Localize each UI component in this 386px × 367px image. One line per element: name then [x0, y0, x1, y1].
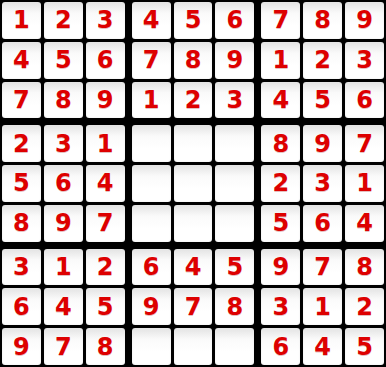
sudoku-cell[interactable]: 6: [261, 328, 300, 365]
cell-digit: 9: [314, 132, 331, 156]
cell-digit: 8: [55, 88, 72, 112]
sudoku-cell[interactable]: [215, 165, 254, 202]
sudoku-cell[interactable]: 3: [303, 165, 342, 202]
sudoku-cell[interactable]: 7: [86, 205, 125, 242]
sudoku-cell[interactable]: 9: [44, 205, 83, 242]
cell-digit: 7: [314, 255, 331, 279]
cell-digit: 2: [356, 295, 373, 319]
sudoku-cell[interactable]: 2: [44, 2, 83, 39]
sudoku-cell[interactable]: [174, 328, 213, 365]
sudoku-cell[interactable]: 7: [132, 42, 171, 79]
cell-digit: 9: [143, 295, 160, 319]
sudoku-block: 456789123: [132, 2, 255, 118]
cell-digit: 3: [227, 88, 244, 112]
sudoku-cell[interactable]: 3: [2, 249, 41, 286]
sudoku-cell[interactable]: 8: [44, 82, 83, 119]
sudoku-cell[interactable]: 9: [86, 82, 125, 119]
cell-digit: 5: [272, 211, 289, 235]
sudoku-cell[interactable]: 3: [215, 82, 254, 119]
sudoku-cell[interactable]: 5: [86, 288, 125, 325]
sudoku-cell[interactable]: [132, 205, 171, 242]
cell-digit: 7: [55, 335, 72, 359]
sudoku-cell[interactable]: 1: [261, 42, 300, 79]
sudoku-cell[interactable]: 4: [261, 82, 300, 119]
cell-digit: 1: [356, 171, 373, 195]
sudoku-cell[interactable]: 4: [2, 42, 41, 79]
sudoku-cell[interactable]: 5: [2, 165, 41, 202]
sudoku-cell[interactable]: [174, 205, 213, 242]
cell-digit: 3: [55, 132, 72, 156]
sudoku-cell[interactable]: [215, 125, 254, 162]
sudoku-cell[interactable]: [132, 125, 171, 162]
sudoku-cell[interactable]: 3: [86, 2, 125, 39]
sudoku-block: 645978: [132, 249, 255, 365]
cell-digit: 4: [314, 335, 331, 359]
sudoku-cell[interactable]: 5: [303, 82, 342, 119]
sudoku-cell[interactable]: 8: [215, 288, 254, 325]
cell-digit: 1: [314, 295, 331, 319]
cell-digit: 9: [13, 335, 30, 359]
cell-digit: 6: [314, 211, 331, 235]
sudoku-cell[interactable]: [132, 328, 171, 365]
sudoku-cell[interactable]: 1: [2, 2, 41, 39]
sudoku-cell[interactable]: 9: [261, 249, 300, 286]
sudoku-cell[interactable]: 8: [303, 2, 342, 39]
sudoku-cell[interactable]: 6: [86, 42, 125, 79]
cell-digit: 9: [227, 48, 244, 72]
sudoku-cell[interactable]: 5: [215, 249, 254, 286]
cell-digit: 5: [227, 255, 244, 279]
sudoku-cell[interactable]: [174, 125, 213, 162]
sudoku-block: 231564897: [2, 125, 125, 241]
sudoku-cell[interactable]: 6: [132, 249, 171, 286]
cell-digit: 3: [314, 171, 331, 195]
cell-digit: 1: [143, 88, 160, 112]
sudoku-cell[interactable]: 2: [174, 82, 213, 119]
sudoku-block: [132, 125, 255, 241]
sudoku-board: 1234567894567891237891234562315648978972…: [0, 0, 386, 367]
sudoku-cell[interactable]: 2: [261, 165, 300, 202]
sudoku-cell[interactable]: 2: [86, 249, 125, 286]
cell-digit: 2: [185, 88, 202, 112]
cell-digit: 7: [356, 132, 373, 156]
cell-digit: 7: [272, 8, 289, 32]
cell-digit: 6: [13, 295, 30, 319]
cell-digit: 2: [13, 132, 30, 156]
cell-digit: 6: [272, 335, 289, 359]
cell-digit: 8: [272, 132, 289, 156]
sudoku-cell[interactable]: [174, 165, 213, 202]
sudoku-cell[interactable]: 4: [44, 288, 83, 325]
cell-digit: 6: [55, 171, 72, 195]
cell-digit: 3: [272, 295, 289, 319]
sudoku-block: 312645978: [2, 249, 125, 365]
sudoku-cell[interactable]: 4: [86, 165, 125, 202]
cell-digit: 6: [97, 48, 114, 72]
sudoku-block: 978312645: [261, 249, 384, 365]
cell-digit: 3: [13, 255, 30, 279]
sudoku-cell[interactable]: 2: [345, 288, 384, 325]
cell-digit: 9: [356, 8, 373, 32]
sudoku-cell[interactable]: 9: [215, 42, 254, 79]
cell-digit: 4: [13, 48, 30, 72]
sudoku-cell[interactable]: 3: [44, 125, 83, 162]
sudoku-cell[interactable]: 5: [44, 42, 83, 79]
sudoku-cell[interactable]: 7: [174, 288, 213, 325]
sudoku-cell[interactable]: 8: [86, 328, 125, 365]
sudoku-cell[interactable]: 1: [86, 125, 125, 162]
cell-digit: 1: [55, 255, 72, 279]
sudoku-block: 897231564: [261, 125, 384, 241]
sudoku-cell[interactable]: 5: [261, 205, 300, 242]
cell-digit: 5: [185, 8, 202, 32]
cell-digit: 5: [55, 48, 72, 72]
sudoku-cell[interactable]: 9: [345, 2, 384, 39]
sudoku-cell[interactable]: 8: [345, 249, 384, 286]
cell-digit: 6: [356, 88, 373, 112]
cell-digit: 3: [97, 8, 114, 32]
cell-digit: 2: [272, 171, 289, 195]
sudoku-cell[interactable]: 1: [303, 288, 342, 325]
sudoku-cell[interactable]: 7: [345, 125, 384, 162]
sudoku-cell[interactable]: 3: [261, 288, 300, 325]
cell-digit: 5: [314, 88, 331, 112]
sudoku-cell[interactable]: 6: [303, 205, 342, 242]
sudoku-cell[interactable]: 4: [345, 205, 384, 242]
sudoku-block: 789123456: [261, 2, 384, 118]
sudoku-cell[interactable]: 8: [174, 42, 213, 79]
cell-digit: 4: [143, 8, 160, 32]
cell-digit: 8: [13, 211, 30, 235]
sudoku-cell[interactable]: 8: [2, 205, 41, 242]
sudoku-cell[interactable]: 7: [303, 249, 342, 286]
sudoku-cell[interactable]: 5: [345, 328, 384, 365]
sudoku-cell[interactable]: 6: [345, 82, 384, 119]
sudoku-cell[interactable]: 5: [174, 2, 213, 39]
sudoku-cell[interactable]: 6: [44, 165, 83, 202]
sudoku-cell[interactable]: [215, 205, 254, 242]
cell-digit: 1: [13, 8, 30, 32]
cell-digit: 5: [356, 335, 373, 359]
sudoku-cell[interactable]: 9: [2, 328, 41, 365]
sudoku-cell[interactable]: 9: [303, 125, 342, 162]
cell-digit: 6: [227, 8, 244, 32]
sudoku-cell[interactable]: [215, 328, 254, 365]
sudoku-cell[interactable]: 1: [345, 165, 384, 202]
cell-digit: 6: [143, 255, 160, 279]
cell-digit: 8: [185, 48, 202, 72]
sudoku-cell[interactable]: 4: [174, 249, 213, 286]
sudoku-cell[interactable]: 1: [44, 249, 83, 286]
cell-digit: 7: [97, 211, 114, 235]
cell-digit: 8: [227, 295, 244, 319]
cell-digit: 7: [185, 295, 202, 319]
sudoku-cell[interactable]: 3: [345, 42, 384, 79]
cell-digit: 2: [55, 8, 72, 32]
sudoku-cell[interactable]: 6: [215, 2, 254, 39]
cell-digit: 1: [272, 48, 289, 72]
sudoku-cell[interactable]: 4: [132, 2, 171, 39]
sudoku-cell[interactable]: 7: [261, 2, 300, 39]
cell-digit: 5: [13, 171, 30, 195]
cell-digit: 1: [97, 132, 114, 156]
cell-digit: 4: [272, 88, 289, 112]
cell-digit: 8: [97, 335, 114, 359]
sudoku-cell[interactable]: 4: [303, 328, 342, 365]
sudoku-block: 123456789: [2, 2, 125, 118]
cell-digit: 9: [55, 211, 72, 235]
cell-digit: 7: [13, 88, 30, 112]
cell-digit: 3: [356, 48, 373, 72]
sudoku-cell[interactable]: 1: [132, 82, 171, 119]
cell-digit: 4: [185, 255, 202, 279]
cell-digit: 4: [97, 171, 114, 195]
cell-digit: 2: [97, 255, 114, 279]
sudoku-cell[interactable]: 6: [2, 288, 41, 325]
sudoku-cell[interactable]: 2: [2, 125, 41, 162]
sudoku-cell[interactable]: 8: [261, 125, 300, 162]
sudoku-cell[interactable]: 9: [132, 288, 171, 325]
cell-digit: 4: [55, 295, 72, 319]
sudoku-cell[interactable]: 2: [303, 42, 342, 79]
sudoku-cell[interactable]: 7: [44, 328, 83, 365]
cell-digit: 4: [356, 211, 373, 235]
cell-digit: 8: [356, 255, 373, 279]
cell-digit: 7: [143, 48, 160, 72]
cell-digit: 2: [314, 48, 331, 72]
cell-digit: 9: [97, 88, 114, 112]
cell-digit: 8: [314, 8, 331, 32]
sudoku-cell[interactable]: 7: [2, 82, 41, 119]
sudoku-cell[interactable]: [132, 165, 171, 202]
cell-digit: 5: [97, 295, 114, 319]
cell-digit: 9: [272, 255, 289, 279]
